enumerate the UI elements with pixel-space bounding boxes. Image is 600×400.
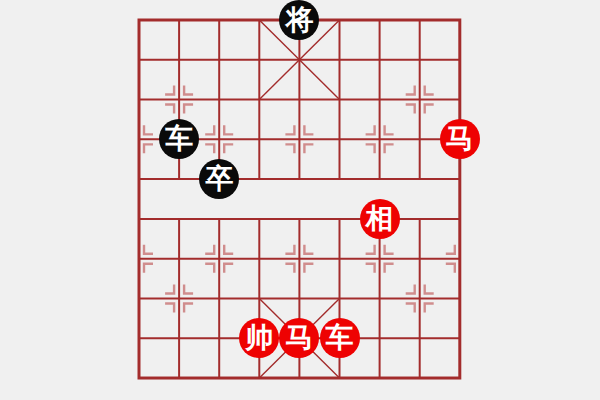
piece-red-horse[interactable]: 马: [279, 318, 319, 358]
piece-black-soldier[interactable]: 卒: [199, 159, 239, 199]
pieces-layer: 将车马卒相帅马车: [119, 0, 480, 398]
piece-black-general[interactable]: 将: [279, 0, 319, 40]
xiangqi-app: 将车马卒相帅马车: [0, 0, 600, 400]
piece-red-elephant[interactable]: 相: [360, 199, 400, 239]
piece-red-chariot[interactable]: 车: [320, 318, 360, 358]
piece-red-general[interactable]: 帅: [239, 318, 279, 358]
piece-black-chariot[interactable]: 车: [159, 119, 199, 159]
piece-red-horse[interactable]: 马: [440, 119, 480, 159]
